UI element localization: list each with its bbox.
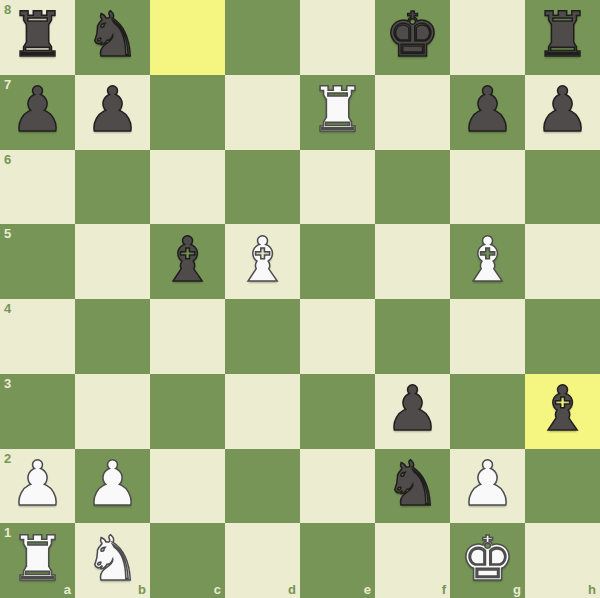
- square-c3[interactable]: [150, 374, 225, 449]
- square-e5[interactable]: [300, 224, 375, 299]
- square-a3[interactable]: 3: [0, 374, 75, 449]
- square-d3[interactable]: [225, 374, 300, 449]
- square-d4[interactable]: [225, 299, 300, 374]
- square-e2[interactable]: [300, 449, 375, 524]
- square-h4[interactable]: [525, 299, 600, 374]
- square-b1[interactable]: b♞: [75, 523, 150, 598]
- file-label-f: f: [442, 583, 446, 596]
- square-c4[interactable]: [150, 299, 225, 374]
- square-b8[interactable]: ♞: [75, 0, 150, 75]
- file-label-e: e: [364, 583, 371, 596]
- square-d5[interactable]: ♝: [225, 224, 300, 299]
- square-g2[interactable]: ♟: [450, 449, 525, 524]
- piece-white-king[interactable]: ♚: [460, 528, 516, 590]
- square-c6[interactable]: [150, 150, 225, 225]
- square-d2[interactable]: [225, 449, 300, 524]
- piece-black-bishop[interactable]: ♝: [160, 229, 216, 291]
- square-e1[interactable]: e: [300, 523, 375, 598]
- square-f2[interactable]: ♞: [375, 449, 450, 524]
- piece-white-knight[interactable]: ♞: [85, 528, 141, 590]
- square-e7[interactable]: ♜: [300, 75, 375, 150]
- square-f5[interactable]: [375, 224, 450, 299]
- square-e3[interactable]: [300, 374, 375, 449]
- rank-label-6: 6: [4, 153, 11, 166]
- square-c8[interactable]: [150, 0, 225, 75]
- square-g8[interactable]: [450, 0, 525, 75]
- piece-white-pawn[interactable]: ♟: [460, 453, 516, 515]
- square-c5[interactable]: ♝: [150, 224, 225, 299]
- square-a8[interactable]: 8♜: [0, 0, 75, 75]
- chess-board: 8♜♞♚♜7♟♟♜♟♟65♝♝♝43♟♝2♟♟♞♟1a♜b♞cdefg♚h: [0, 0, 600, 598]
- square-a1[interactable]: 1a♜: [0, 523, 75, 598]
- square-f3[interactable]: ♟: [375, 374, 450, 449]
- square-a5[interactable]: 5: [0, 224, 75, 299]
- piece-black-pawn[interactable]: ♟: [385, 378, 441, 440]
- square-h2[interactable]: [525, 449, 600, 524]
- rank-label-3: 3: [4, 377, 11, 390]
- square-g6[interactable]: [450, 150, 525, 225]
- square-h1[interactable]: h: [525, 523, 600, 598]
- rank-label-4: 4: [4, 302, 11, 315]
- piece-black-pawn[interactable]: ♟: [535, 79, 591, 141]
- piece-black-bishop[interactable]: ♝: [535, 378, 591, 440]
- piece-white-pawn[interactable]: ♟: [85, 453, 141, 515]
- square-g7[interactable]: ♟: [450, 75, 525, 150]
- piece-black-knight[interactable]: ♞: [385, 453, 441, 515]
- piece-black-knight[interactable]: ♞: [85, 4, 141, 66]
- piece-black-pawn[interactable]: ♟: [10, 79, 66, 141]
- square-f7[interactable]: [375, 75, 450, 150]
- square-c2[interactable]: [150, 449, 225, 524]
- square-f8[interactable]: ♚: [375, 0, 450, 75]
- square-d7[interactable]: [225, 75, 300, 150]
- square-f4[interactable]: [375, 299, 450, 374]
- piece-black-king[interactable]: ♚: [385, 4, 441, 66]
- square-g1[interactable]: g♚: [450, 523, 525, 598]
- piece-black-pawn[interactable]: ♟: [460, 79, 516, 141]
- piece-black-pawn[interactable]: ♟: [85, 79, 141, 141]
- square-h5[interactable]: [525, 224, 600, 299]
- square-f1[interactable]: f: [375, 523, 450, 598]
- square-g5[interactable]: ♝: [450, 224, 525, 299]
- square-b4[interactable]: [75, 299, 150, 374]
- square-b3[interactable]: [75, 374, 150, 449]
- square-c1[interactable]: c: [150, 523, 225, 598]
- square-g3[interactable]: [450, 374, 525, 449]
- file-label-c: c: [214, 583, 221, 596]
- square-e6[interactable]: [300, 150, 375, 225]
- piece-white-rook[interactable]: ♜: [310, 79, 366, 141]
- rank-label-5: 5: [4, 227, 11, 240]
- square-a4[interactable]: 4: [0, 299, 75, 374]
- piece-black-rook[interactable]: ♜: [535, 4, 591, 66]
- square-d1[interactable]: d: [225, 523, 300, 598]
- square-f6[interactable]: [375, 150, 450, 225]
- piece-white-bishop[interactable]: ♝: [460, 229, 516, 291]
- square-b2[interactable]: ♟: [75, 449, 150, 524]
- square-e4[interactable]: [300, 299, 375, 374]
- square-h6[interactable]: [525, 150, 600, 225]
- square-h7[interactable]: ♟: [525, 75, 600, 150]
- square-e8[interactable]: [300, 0, 375, 75]
- square-h3[interactable]: ♝: [525, 374, 600, 449]
- piece-black-rook[interactable]: ♜: [10, 4, 66, 66]
- square-a6[interactable]: 6: [0, 150, 75, 225]
- square-d8[interactable]: [225, 0, 300, 75]
- square-b5[interactable]: [75, 224, 150, 299]
- file-label-h: h: [588, 583, 596, 596]
- piece-white-rook[interactable]: ♜: [10, 528, 66, 590]
- file-label-d: d: [288, 583, 296, 596]
- piece-white-bishop[interactable]: ♝: [235, 229, 291, 291]
- square-a2[interactable]: 2♟: [0, 449, 75, 524]
- piece-white-pawn[interactable]: ♟: [10, 453, 66, 515]
- square-h8[interactable]: ♜: [525, 0, 600, 75]
- square-b7[interactable]: ♟: [75, 75, 150, 150]
- square-g4[interactable]: [450, 299, 525, 374]
- square-c7[interactable]: [150, 75, 225, 150]
- square-a7[interactable]: 7♟: [0, 75, 75, 150]
- square-d6[interactable]: [225, 150, 300, 225]
- square-b6[interactable]: [75, 150, 150, 225]
